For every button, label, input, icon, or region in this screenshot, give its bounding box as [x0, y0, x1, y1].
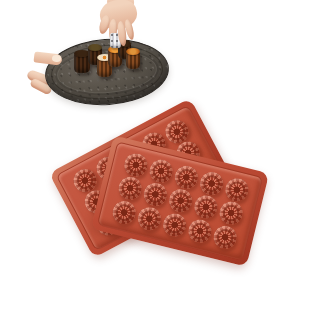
cavity-grid — [108, 150, 252, 253]
mold-cavity — [147, 157, 175, 185]
mold-cavity — [191, 193, 219, 221]
mold-cavity — [141, 181, 169, 209]
mold-cavity — [185, 217, 213, 245]
product-photo — [0, 0, 320, 320]
picking-hand — [95, 0, 153, 54]
mold-cavity — [166, 187, 194, 215]
mold-cavity — [160, 211, 188, 239]
mold-cavity — [197, 169, 225, 197]
mold-cavity — [217, 199, 245, 227]
mold-cavity — [116, 175, 144, 203]
mold-cavity — [121, 151, 149, 179]
mold-cavity — [172, 163, 200, 191]
mold-cavity — [110, 199, 138, 227]
mold-cavity — [211, 223, 239, 251]
mold-cavity — [135, 205, 163, 233]
mold-cavity — [222, 176, 250, 204]
canele-mold-front — [91, 135, 269, 266]
